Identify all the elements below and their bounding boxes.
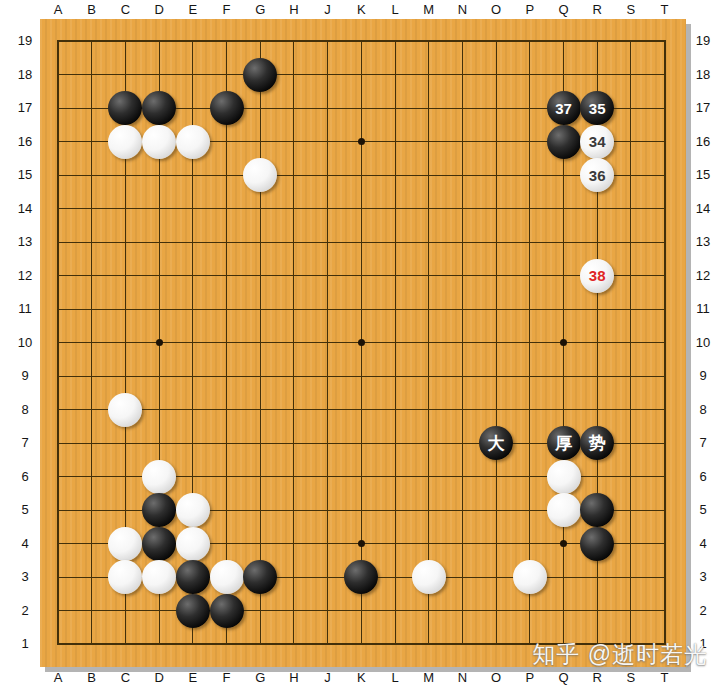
right-coord-label: 11 (690, 302, 716, 315)
right-coord-label: 18 (690, 68, 716, 81)
star-point (560, 339, 567, 346)
right-coord-label: 16 (690, 135, 716, 148)
go-board[interactable]: 3735343638大厚势 (40, 19, 686, 667)
bottom-coord-label: Q (552, 671, 576, 684)
stone-R12[interactable]: 38 (580, 259, 614, 293)
left-coord-label: 12 (12, 269, 38, 282)
bottom-coord-label: H (282, 671, 306, 684)
star-point (358, 540, 365, 547)
left-coord-label: 3 (12, 570, 38, 583)
stone-kanji-label-R7: 势 (589, 435, 606, 452)
top-coord-label: K (349, 3, 373, 16)
grid-line (57, 409, 666, 410)
stone-Q7[interactable]: 厚 (547, 426, 581, 460)
watermark: 知乎 @逝时若光 (532, 639, 708, 670)
stone-D16[interactable] (142, 125, 176, 159)
go-diagram: 3735343638大厚势 知乎 @逝时若光 AABBCCDDEEFFGGHHJ… (0, 0, 720, 687)
right-coord-label: 12 (690, 269, 716, 282)
bottom-coord-label: T (653, 671, 677, 684)
bottom-coord-label: M (417, 671, 441, 684)
stone-R4[interactable] (580, 527, 614, 561)
left-coord-label: 15 (12, 168, 38, 181)
left-coord-label: 13 (12, 235, 38, 248)
right-coord-label: 17 (690, 101, 716, 114)
top-coord-label: T (653, 3, 677, 16)
top-coord-label: G (248, 3, 272, 16)
top-coord-label: C (113, 3, 137, 16)
star-point (156, 339, 163, 346)
move-number-label-R17: 35 (589, 101, 606, 116)
left-coord-label: 2 (12, 604, 38, 617)
stone-C8[interactable] (108, 393, 142, 427)
star-point (560, 540, 567, 547)
bottom-coord-label: B (80, 671, 104, 684)
stone-R15[interactable]: 36 (580, 158, 614, 192)
left-coord-label: 1 (12, 637, 38, 650)
bottom-coord-label: N (450, 671, 474, 684)
left-coord-label: 7 (12, 436, 38, 449)
bottom-coord-label: D (147, 671, 171, 684)
bottom-coord-label: E (181, 671, 205, 684)
stone-G15[interactable] (243, 158, 277, 192)
left-coord-label: 17 (12, 101, 38, 114)
stone-C16[interactable] (108, 125, 142, 159)
move-number-label-R15: 36 (589, 168, 606, 183)
right-coord-label: 19 (690, 34, 716, 47)
left-coord-label: 18 (12, 68, 38, 81)
bottom-coord-label: C (113, 671, 137, 684)
right-coord-label: 9 (690, 369, 716, 382)
stone-D17[interactable] (142, 91, 176, 125)
top-coord-label: P (518, 3, 542, 16)
stone-F2[interactable] (210, 594, 244, 628)
top-coord-label: S (619, 3, 643, 16)
stone-kanji-label-Q7: 厚 (555, 435, 572, 452)
stone-D3[interactable] (142, 560, 176, 594)
move-number-label-R12: 38 (589, 268, 606, 283)
stone-O7[interactable]: 大 (479, 426, 513, 460)
right-coord-label: 4 (690, 537, 716, 550)
top-coord-label: F (215, 3, 239, 16)
stone-R7[interactable]: 势 (580, 426, 614, 460)
star-point (358, 138, 365, 145)
top-coord-label: D (147, 3, 171, 16)
top-coord-label: E (181, 3, 205, 16)
stone-Q6[interactable] (547, 460, 581, 494)
grid-line (529, 40, 530, 645)
grid-line (496, 40, 497, 645)
left-coord-label: 11 (12, 302, 38, 315)
left-coord-label: 19 (12, 34, 38, 47)
left-coord-label: 5 (12, 503, 38, 516)
stone-G3[interactable] (243, 560, 277, 594)
bottom-coord-label: S (619, 671, 643, 684)
stone-C3[interactable] (108, 560, 142, 594)
left-coord-label: 8 (12, 403, 38, 416)
bottom-coord-label: L (383, 671, 407, 684)
stone-D4[interactable] (142, 527, 176, 561)
stone-C17[interactable] (108, 91, 142, 125)
left-coord-label: 9 (12, 369, 38, 382)
stone-E3[interactable] (176, 560, 210, 594)
right-coord-label: 15 (690, 168, 716, 181)
stone-M3[interactable] (412, 560, 446, 594)
left-coord-label: 6 (12, 470, 38, 483)
top-coord-label: L (383, 3, 407, 16)
left-coord-label: 16 (12, 135, 38, 148)
left-coord-label: 14 (12, 202, 38, 215)
bottom-coord-label: G (248, 671, 272, 684)
stone-R17[interactable]: 35 (580, 91, 614, 125)
top-coord-label: J (316, 3, 340, 16)
stone-Q16[interactable] (547, 125, 581, 159)
right-coord-label: 14 (690, 202, 716, 215)
right-coord-label: 7 (690, 436, 716, 449)
top-coord-label: O (484, 3, 508, 16)
top-coord-label: R (585, 3, 609, 16)
left-coord-label: 4 (12, 537, 38, 550)
left-coord-label: 10 (12, 336, 38, 349)
stone-kanji-label-O7: 大 (488, 435, 505, 452)
stone-K3[interactable] (344, 560, 378, 594)
move-number-label-R16: 34 (589, 134, 606, 149)
stone-D6[interactable] (142, 460, 176, 494)
stone-P3[interactable] (513, 560, 547, 594)
grid-line (664, 40, 666, 645)
grid-line (57, 376, 666, 377)
stone-Q5[interactable] (547, 493, 581, 527)
bottom-coord-label: P (518, 671, 542, 684)
bottom-coord-label: R (585, 671, 609, 684)
grid-line (57, 610, 666, 611)
top-coord-label: B (80, 3, 104, 16)
stone-E5[interactable] (176, 493, 210, 527)
top-coord-label: N (450, 3, 474, 16)
stone-E4[interactable] (176, 527, 210, 561)
bottom-coord-label: K (349, 671, 373, 684)
bottom-coord-label: J (316, 671, 340, 684)
right-coord-label: 5 (690, 503, 716, 516)
stone-R5[interactable] (580, 493, 614, 527)
top-coord-label: A (46, 3, 70, 16)
top-coord-label: Q (552, 3, 576, 16)
bottom-coord-label: A (46, 671, 70, 684)
grid-line (395, 40, 396, 645)
right-coord-label: 8 (690, 403, 716, 416)
top-coord-label: M (417, 3, 441, 16)
stone-G18[interactable] (243, 58, 277, 92)
right-coord-label: 2 (690, 604, 716, 617)
top-coord-label: H (282, 3, 306, 16)
grid-line (630, 40, 631, 645)
stone-F17[interactable] (210, 91, 244, 125)
move-number-label-Q17: 37 (555, 101, 572, 116)
stone-Q17[interactable]: 37 (547, 91, 581, 125)
stone-D5[interactable] (142, 493, 176, 527)
right-coord-label: 13 (690, 235, 716, 248)
stone-F3[interactable] (210, 560, 244, 594)
stone-E16[interactable] (176, 125, 210, 159)
bottom-coord-label: O (484, 671, 508, 684)
bottom-coord-label: F (215, 671, 239, 684)
stone-E2[interactable] (176, 594, 210, 628)
star-point (358, 339, 365, 346)
grid-line (428, 40, 429, 645)
right-coord-label: 6 (690, 470, 716, 483)
right-coord-label: 10 (690, 336, 716, 349)
stone-C4[interactable] (108, 527, 142, 561)
stone-R16[interactable]: 34 (580, 125, 614, 159)
grid-line (462, 40, 463, 645)
right-coord-label: 3 (690, 570, 716, 583)
